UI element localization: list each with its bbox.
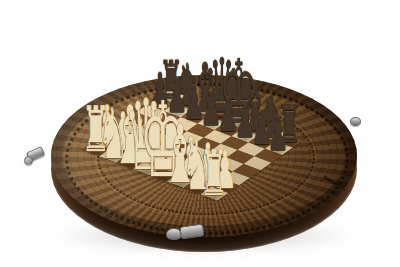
left-clasp-ring: [24, 156, 33, 165]
scene: ♜♞♝♛♚♝♞♜♟♟♟♟♟♟♟♟♟♟♟♟♟♟♟♟♜♞♝♛♚♝♞♜: [0, 0, 400, 267]
right-hinge-pin: [350, 117, 361, 126]
white-rook-icon: ♜: [164, 142, 264, 205]
